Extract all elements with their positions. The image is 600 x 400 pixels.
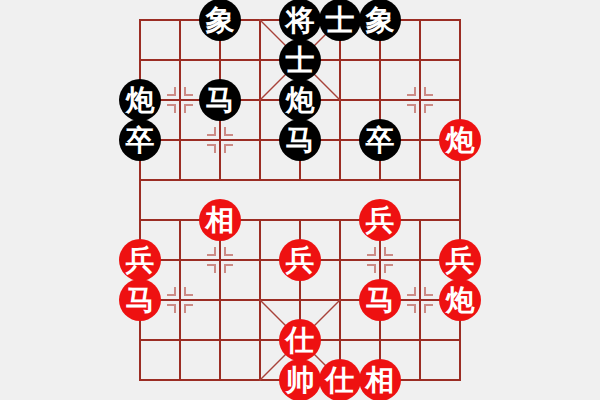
piece-red-c2r5[interactable]: 相 xyxy=(199,199,241,241)
board-point-c4r2: 炮 xyxy=(280,80,320,120)
board-point-c0r3: 卒 xyxy=(120,120,160,160)
piece-black-c4r2[interactable]: 炮 xyxy=(279,79,321,121)
piece-red-c0r6[interactable]: 兵 xyxy=(119,239,161,281)
piece-red-c4r9[interactable]: 帅 xyxy=(279,359,321,400)
piece-red-c6r9[interactable]: 相 xyxy=(359,359,401,400)
piece-black-c2r2[interactable]: 马 xyxy=(199,79,241,121)
board-point-c8r3: 炮 xyxy=(440,120,480,160)
xiangqi-board-screenshot: 象将士象士炮马炮卒马卒炮相兵兵兵兵马马炮仕帅仕相 xyxy=(0,0,600,400)
board-point-c8r7: 炮 xyxy=(440,280,480,320)
piece-black-c5r0[interactable]: 士 xyxy=(319,0,361,41)
piece-black-c6r0[interactable]: 象 xyxy=(359,0,401,41)
piece-red-c4r8[interactable]: 仕 xyxy=(279,319,321,361)
board-point-c2r2: 马 xyxy=(200,80,240,120)
piece-black-c0r3[interactable]: 卒 xyxy=(119,119,161,161)
board-point-c4r8: 仕 xyxy=(280,320,320,360)
board-point-c4r9: 帅 xyxy=(280,360,320,400)
board-point-c4r6: 兵 xyxy=(280,240,320,280)
piece-red-c8r3[interactable]: 炮 xyxy=(439,119,481,161)
piece-red-c5r9[interactable]: 仕 xyxy=(319,359,361,400)
board-point-c6r0: 象 xyxy=(360,0,400,40)
board-point-c2r5: 相 xyxy=(200,200,240,240)
board-point-c4r0: 将 xyxy=(280,0,320,40)
piece-red-c6r7[interactable]: 马 xyxy=(359,279,401,321)
piece-black-c4r3[interactable]: 马 xyxy=(279,119,321,161)
piece-red-c8r6[interactable]: 兵 xyxy=(439,239,481,281)
board-point-c0r7: 马 xyxy=(120,280,160,320)
board-point-c8r6: 兵 xyxy=(440,240,480,280)
piece-red-c8r7[interactable]: 炮 xyxy=(439,279,481,321)
board-point-c0r6: 兵 xyxy=(120,240,160,280)
board-point-c5r9: 仕 xyxy=(320,360,360,400)
board-point-c4r1: 士 xyxy=(280,40,320,80)
board-point-c0r2: 炮 xyxy=(120,80,160,120)
board-point-c6r5: 兵 xyxy=(360,200,400,240)
piece-black-c0r2[interactable]: 炮 xyxy=(119,79,161,121)
piece-black-c2r0[interactable]: 象 xyxy=(199,0,241,41)
piece-black-c4r0[interactable]: 将 xyxy=(279,0,321,41)
board-point-c6r7: 马 xyxy=(360,280,400,320)
board-point-c2r0: 象 xyxy=(200,0,240,40)
board-point-c5r0: 士 xyxy=(320,0,360,40)
board-point-c6r9: 相 xyxy=(360,360,400,400)
piece-red-c6r5[interactable]: 兵 xyxy=(359,199,401,241)
board-point-c6r3: 卒 xyxy=(360,120,400,160)
piece-red-c0r7[interactable]: 马 xyxy=(119,279,161,321)
piece-black-c4r1[interactable]: 士 xyxy=(279,39,321,81)
piece-red-c4r6[interactable]: 兵 xyxy=(279,239,321,281)
xiangqi-board[interactable]: 象将士象士炮马炮卒马卒炮相兵兵兵兵马马炮仕帅仕相 xyxy=(120,0,480,400)
piece-black-c6r3[interactable]: 卒 xyxy=(359,119,401,161)
board-point-c4r3: 马 xyxy=(280,120,320,160)
